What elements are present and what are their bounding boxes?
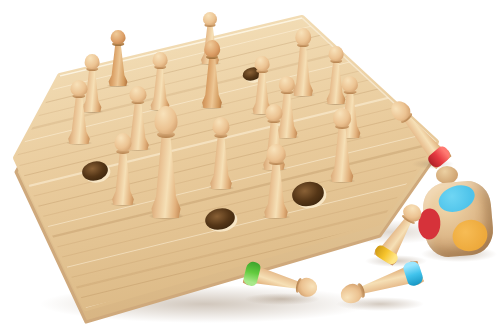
peg-head	[129, 86, 146, 102]
peg-head	[333, 108, 351, 127]
peg-head	[85, 54, 100, 69]
peg-head	[265, 104, 282, 121]
peg-head	[267, 144, 286, 163]
peg-head	[329, 46, 344, 61]
peg-body	[150, 67, 170, 110]
peg-body	[108, 45, 128, 86]
peg-body	[112, 152, 135, 205]
peg-head	[111, 30, 126, 44]
peg-head	[342, 76, 358, 92]
wooden-peg	[150, 52, 170, 110]
peg-head	[114, 133, 131, 151]
wooden-peg	[108, 30, 128, 86]
wooden-peg	[112, 133, 135, 205]
peg-body	[68, 97, 91, 144]
peg-body	[210, 136, 233, 189]
peg-body	[264, 163, 289, 218]
wooden-peg	[330, 108, 354, 182]
peg-body	[202, 58, 223, 108]
memory-chess-product-photo	[0, 0, 500, 330]
wooden-peg	[210, 117, 233, 189]
wooden-peg	[202, 40, 223, 108]
peg-head	[212, 117, 229, 135]
peg-head	[255, 56, 270, 71]
peg-head	[155, 106, 178, 134]
peg-head	[279, 76, 295, 92]
peg-head	[204, 40, 220, 57]
wooden-peg	[264, 144, 289, 218]
peg-head	[295, 28, 311, 45]
wooden-peg	[68, 80, 91, 144]
peg-body	[151, 135, 182, 218]
peg-head	[153, 52, 168, 67]
die-blue-face-dot	[435, 180, 479, 216]
peg-head	[203, 12, 217, 25]
peg-body	[330, 127, 354, 182]
peg-head	[70, 80, 87, 96]
wooden-peg	[151, 106, 182, 218]
color-die	[421, 179, 495, 259]
